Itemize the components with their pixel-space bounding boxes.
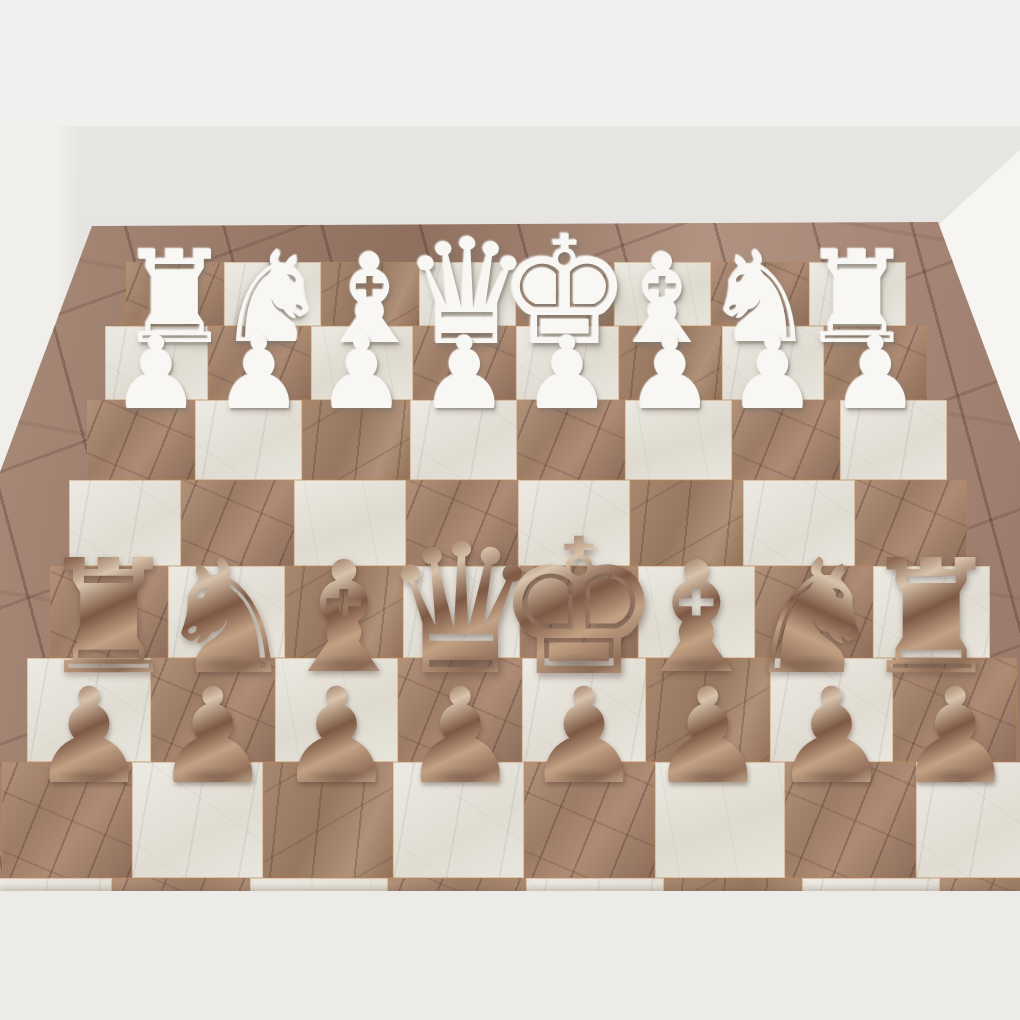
piece-brown-pawn-b6[interactable]: ♟ (153, 670, 271, 802)
piece-white-pawn-d2[interactable]: ♟ (420, 324, 510, 424)
piece-white-pawn-e2[interactable]: ♟ (523, 324, 613, 424)
piece-white-pawn-g2[interactable]: ♟ (728, 324, 818, 424)
chess-set-photo: ♜♞♝♛♚♝♞♜♟♟♟♟♟♟♟♟♜♞♝♛♚♝♞♜♟♟♟♟♟♟♟♟ (0, 0, 1020, 1020)
piece-brown-pawn-e6[interactable]: ♟ (525, 670, 643, 802)
piece-brown-pawn-d6[interactable]: ♟ (401, 670, 519, 802)
table-surface (0, 891, 1020, 1020)
piece-brown-pawn-a6[interactable]: ♟ (30, 670, 148, 802)
piece-white-pawn-f2[interactable]: ♟ (625, 324, 715, 424)
piece-brown-pawn-f6[interactable]: ♟ (648, 670, 766, 802)
piece-white-pawn-h2[interactable]: ♟ (831, 324, 921, 424)
piece-white-pawn-c2[interactable]: ♟ (317, 324, 407, 424)
piece-brown-pawn-c6[interactable]: ♟ (277, 670, 395, 802)
piece-brown-pawn-h6[interactable]: ♟ (896, 670, 1014, 802)
background-wall-top (0, 0, 1020, 126)
piece-white-pawn-a2[interactable]: ♟ (112, 324, 202, 424)
piece-white-pawn-b2[interactable]: ♟ (214, 324, 304, 424)
piece-brown-pawn-g6[interactable]: ♟ (772, 670, 890, 802)
